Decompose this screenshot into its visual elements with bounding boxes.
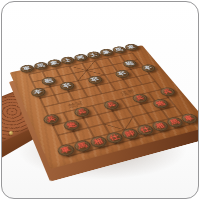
product-photo[interactable]: 楚河 漢界 車馬象士將士象馬車砲砲卒卒卒卒卒兵兵兵兵兵炮炮車馬相仕帥仕相馬車 (0, 0, 200, 200)
photo-frame: 楚河 漢界 車馬象士將士象馬車砲砲卒卒卒卒卒兵兵兵兵兵炮炮車馬相仕帥仕相馬車 (1, 1, 199, 199)
piece-red-soldier: 兵 (73, 106, 91, 118)
piece-black-cannon: 砲 (121, 59, 138, 68)
piece-black-soldier: 卒 (30, 87, 47, 98)
piece-red-cannon: 炮 (151, 98, 170, 109)
piece-black-soldier: 卒 (87, 75, 104, 85)
piece-black-soldier: 卒 (59, 81, 76, 91)
piece-black-horse: 馬 (33, 61, 49, 70)
piece-black-soldier: 卒 (140, 64, 157, 73)
piece-red-soldier: 兵 (102, 99, 120, 110)
piece-black-cannon: 砲 (40, 76, 57, 86)
piece-red-soldier: 兵 (158, 86, 176, 96)
piece-red-soldier: 兵 (131, 93, 149, 104)
piece-red-chariot: 車 (56, 143, 76, 157)
piece-black-chariot: 車 (19, 64, 35, 73)
piece-black-soldier: 卒 (114, 69, 131, 79)
piece-red-cannon: 炮 (62, 119, 81, 131)
piece-red-soldier: 兵 (42, 113, 60, 125)
